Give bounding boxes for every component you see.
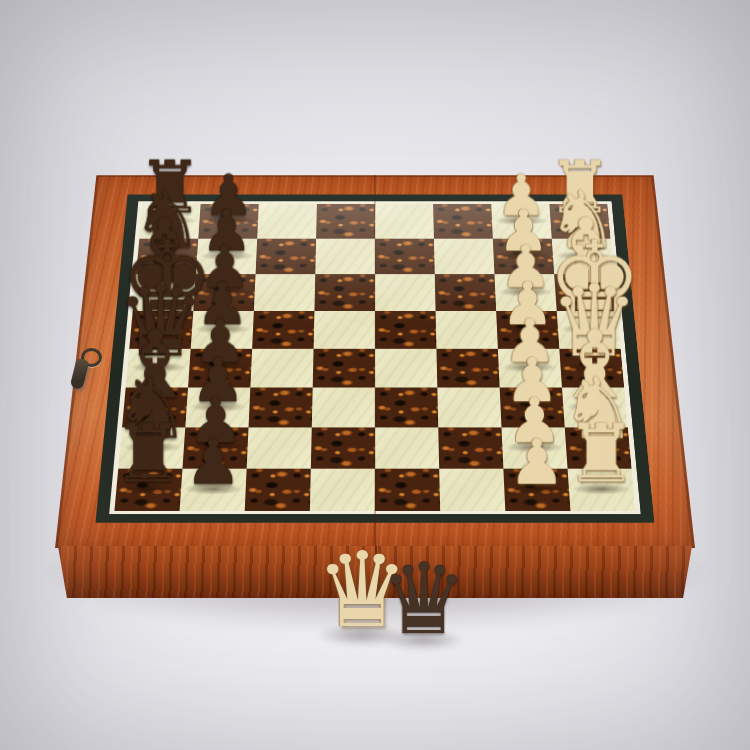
fold-seam [374, 175, 376, 548]
square-d8[interactable] [316, 204, 375, 239]
square-e7[interactable] [375, 239, 435, 275]
photo-scene: ♜♟♟♜♞♟♟♞♝♟♟♝♚♟♟♚♛♟♟♛♝♟♟♝♞♟♟♞♜♟♟♜ ♛ ♛ [0, 0, 750, 750]
square-d2[interactable] [311, 427, 375, 468]
square-e6[interactable] [375, 274, 436, 311]
square-d5[interactable] [314, 311, 375, 349]
square-e4[interactable] [375, 349, 437, 388]
chess-piece-white-rook[interactable]: ♜ [557, 413, 645, 493]
square-d4[interactable] [313, 349, 375, 388]
square-d6[interactable] [314, 274, 375, 311]
square-d3[interactable] [312, 388, 375, 428]
square-e3[interactable] [375, 388, 438, 428]
chess-piece-black-pawn[interactable]: ♟ [169, 431, 257, 494]
extra-black-queen[interactable]: ♛ [372, 550, 476, 648]
square-d7[interactable] [315, 239, 375, 275]
clasp-latch-icon [64, 346, 104, 396]
square-e2[interactable] [375, 427, 439, 468]
chess-board: ♜♟♟♜♞♟♟♞♝♟♟♝♚♟♟♚♛♟♟♛♝♟♟♝♞♟♟♞♜♟♟♜ [55, 175, 695, 548]
latch-plate [70, 358, 90, 390]
square-e8[interactable] [375, 204, 434, 239]
square-e5[interactable] [375, 311, 436, 349]
